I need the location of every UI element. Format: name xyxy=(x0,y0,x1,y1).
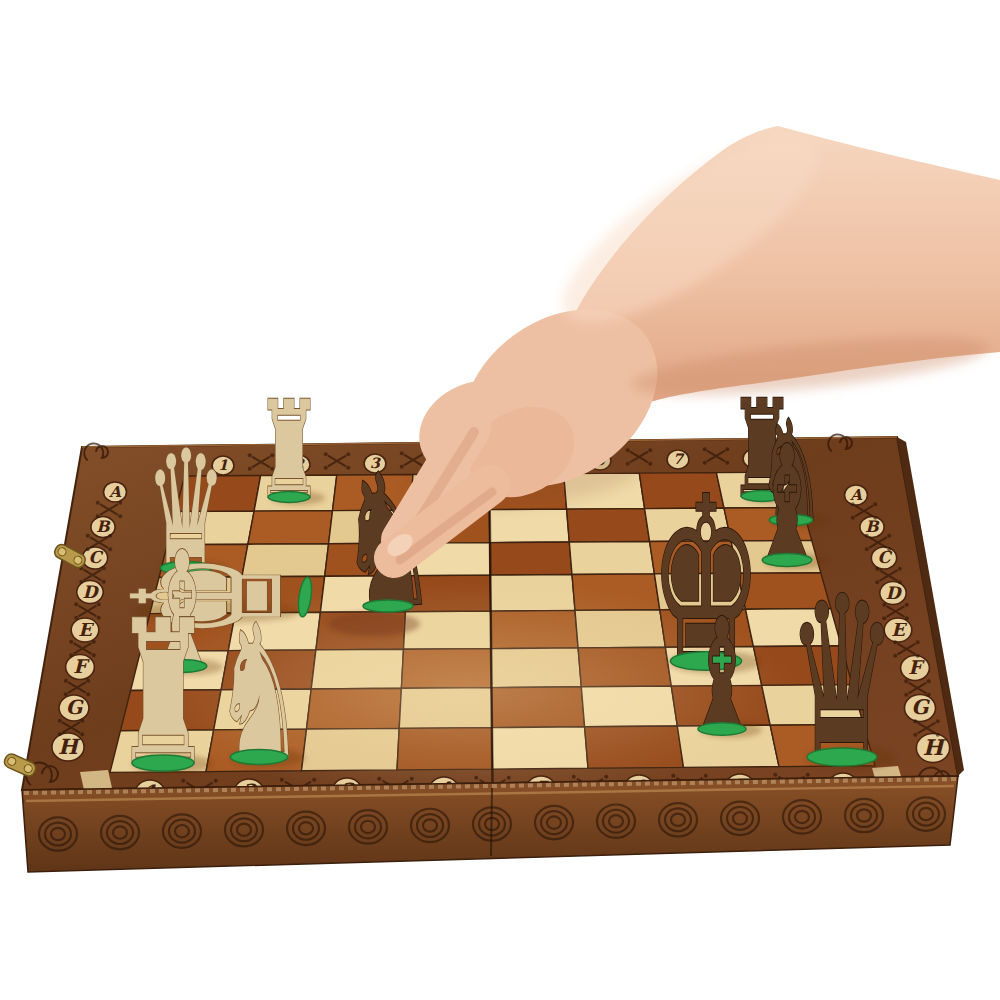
coord-right-B: B xyxy=(860,517,884,538)
motif-left-0-dot xyxy=(118,514,122,518)
motif-left-1-dot xyxy=(86,534,90,538)
white-rook-b8[interactable]: ♜ xyxy=(256,372,323,529)
motif-left-4-dot xyxy=(69,653,73,657)
motif-left-4-dot xyxy=(69,640,73,644)
coord-right-F: F xyxy=(901,656,930,681)
motif-right-6-dot xyxy=(913,719,917,723)
motif-near-4-dot xyxy=(572,775,576,779)
motif-near-5-dot xyxy=(671,774,675,778)
side-panel-seam xyxy=(491,788,492,856)
motif-left-0-dot xyxy=(96,501,100,505)
motif-right-6-dot xyxy=(936,719,940,723)
motif-left-4-dot xyxy=(92,653,96,657)
coord-left-F: F xyxy=(66,655,95,680)
felt-dark-bishop xyxy=(698,723,746,735)
motif-right-1-dot xyxy=(887,534,891,538)
coord-right-G: G xyxy=(904,695,935,722)
motif-right-2-dot xyxy=(898,580,902,584)
coord-right-A: A xyxy=(845,485,868,505)
dark-queen-glyph[interactable]: ♛ xyxy=(787,548,898,811)
motif-right-5-dot xyxy=(904,693,908,697)
border-inlay-left xyxy=(80,770,112,790)
square-C5[interactable] xyxy=(490,542,572,575)
motif-left-5-dot xyxy=(64,679,68,683)
motif-near-6-dot xyxy=(773,773,777,777)
coord-left-A-text: A xyxy=(108,483,122,501)
motif-right-3-dot xyxy=(905,603,909,607)
felt-white-rook xyxy=(132,755,194,771)
motif-right-5-dot xyxy=(927,679,931,683)
motif-right-0-dot xyxy=(873,516,877,520)
white-rook-glyph[interactable]: ♜ xyxy=(256,372,323,529)
motif-near-1-dot xyxy=(312,778,316,782)
motif-left-6-dot xyxy=(80,719,84,723)
square-B6[interactable] xyxy=(567,509,650,542)
motif-right-0-dot xyxy=(851,502,855,506)
motif-far-0-dot xyxy=(248,453,252,457)
motif-near-4-dot xyxy=(604,775,608,779)
motif-left-6-dot xyxy=(58,732,62,736)
motif-right-0-dot xyxy=(851,516,855,520)
motif-far-1-dot xyxy=(324,452,328,456)
motif-right-0-dot xyxy=(873,502,877,506)
motif-left-6-dot xyxy=(58,719,62,723)
felt-white-rook xyxy=(268,492,310,503)
motif-far-5-dot xyxy=(626,448,630,452)
coord-right-G-text: G xyxy=(911,695,930,719)
motif-left-4-dot xyxy=(92,640,96,644)
dark-bishop-glyph[interactable]: ♝ xyxy=(684,585,760,765)
coord-right-A-text: A xyxy=(849,486,863,504)
motif-left-1-dot xyxy=(108,547,112,551)
motif-left-0-dot xyxy=(118,501,122,505)
motif-right-4-dot xyxy=(916,640,920,644)
motif-left-1-dot xyxy=(86,547,90,551)
motif-right-5-dot xyxy=(927,693,931,697)
motif-right-2-dot xyxy=(898,567,902,571)
white-rook-glyph[interactable]: ♜ xyxy=(114,577,213,810)
motif-left-5-dot xyxy=(86,679,90,683)
felt-dark-queen xyxy=(807,748,877,766)
motif-left-3-dot xyxy=(74,616,78,620)
motif-near-5-dot xyxy=(704,774,708,778)
coord-left-G: G xyxy=(59,695,89,721)
coord-left-B-text: B xyxy=(96,517,111,536)
motif-left-1-dot xyxy=(108,534,112,538)
white-knight-glyph[interactable]: ♞ xyxy=(213,585,304,801)
square-C6[interactable] xyxy=(569,542,654,575)
motif-right-6-dot xyxy=(936,733,940,737)
felt-white-knight xyxy=(230,750,287,765)
dark-bishop-g2[interactable]: ♝ xyxy=(684,585,760,765)
felt-held-knight xyxy=(363,600,413,612)
motif-left-0-dot xyxy=(96,514,100,518)
motif-far-1-dot xyxy=(324,466,328,470)
coord-left-H-text: H xyxy=(58,734,81,759)
motif-left-2-dot xyxy=(79,580,83,584)
coord-right-H-text: H xyxy=(923,735,947,760)
motif-near-2-dot xyxy=(410,777,414,781)
coord-right-H: H xyxy=(916,734,949,763)
coord-right-B-text: B xyxy=(865,517,880,536)
coord-left-G-text: G xyxy=(66,696,84,719)
motif-right-6-dot xyxy=(913,733,917,737)
coord-left-A: A xyxy=(104,482,127,502)
product-photo-stage: 1234567812345678ABCDEFGHABCDEFGH♜♟♜♞♝♛♚♚… xyxy=(0,0,1000,1000)
motif-near-3-dot xyxy=(474,776,478,780)
motif-near-3-dot xyxy=(507,776,511,780)
motif-left-5-dot xyxy=(64,692,68,696)
white-knight-b1[interactable]: ♞ xyxy=(213,585,304,801)
motif-far-0-dot xyxy=(248,467,252,471)
motif-left-6-dot xyxy=(80,732,84,736)
motif-right-5-dot xyxy=(904,679,908,683)
dark-queen-h1[interactable]: ♛ xyxy=(787,548,898,811)
square-B5[interactable] xyxy=(489,509,569,542)
chess-scene: 1234567812345678ABCDEFGHABCDEFGH♜♟♜♞♝♛♚♚… xyxy=(0,0,1000,1000)
motif-right-1-dot xyxy=(865,534,869,538)
white-rook-a1[interactable]: ♜ xyxy=(114,577,213,810)
motif-right-4-dot xyxy=(916,654,920,658)
motif-left-3-dot xyxy=(74,602,78,606)
motif-left-5-dot xyxy=(86,692,90,696)
coord-left-H: H xyxy=(52,733,84,761)
motif-right-3-dot xyxy=(905,616,909,620)
motif-near-2-dot xyxy=(377,777,381,781)
